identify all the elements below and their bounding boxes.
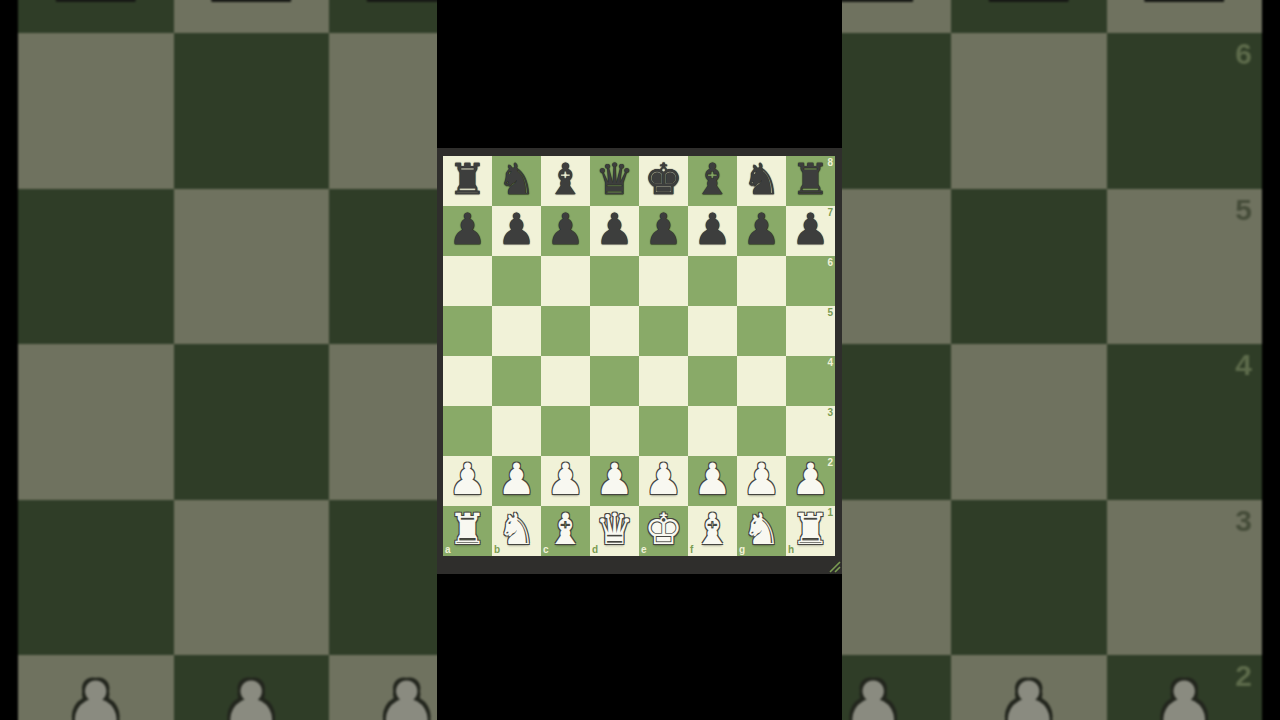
piece-white-pawn[interactable]: ♟ <box>448 458 487 501</box>
coord-rank-5: 5 <box>827 308 833 318</box>
square-d5[interactable] <box>590 306 639 356</box>
piece-black-knight[interactable]: ♞ <box>497 158 536 201</box>
square-a1[interactable]: ♜a <box>443 506 492 556</box>
bg-square-h3: 3 <box>1107 500 1263 656</box>
square-h8[interactable]: ♜8 <box>786 156 835 206</box>
square-f1[interactable]: ♝f <box>688 506 737 556</box>
square-e3[interactable] <box>639 406 688 456</box>
piece-white-rook[interactable]: ♜ <box>448 508 487 551</box>
bg-square-a6 <box>18 33 174 189</box>
coord-rank-8: 8 <box>827 158 833 168</box>
square-h5[interactable]: 5 <box>786 306 835 356</box>
piece-black-bishop[interactable]: ♝ <box>546 158 585 201</box>
bg-square-a7: ♟ <box>18 0 174 33</box>
coord-rank-4: 4 <box>827 358 833 368</box>
coord-file-h: h <box>788 545 794 555</box>
square-a3[interactable] <box>443 406 492 456</box>
bg-square-b4 <box>174 344 330 500</box>
coord-rank-1: 1 <box>827 508 833 518</box>
coord-rank-7: 7 <box>827 208 833 218</box>
square-c7[interactable]: ♟ <box>541 206 590 256</box>
square-d2[interactable]: ♟ <box>590 456 639 506</box>
coord-rank-3: 3 <box>827 408 833 418</box>
square-b4[interactable] <box>492 356 541 406</box>
square-e6[interactable] <box>639 256 688 306</box>
board-resize-handle-icon[interactable] <box>829 561 841 573</box>
piece-white-bishop[interactable]: ♝ <box>546 508 585 551</box>
bg-coord-rank-5: 5 <box>1235 195 1252 225</box>
square-b2[interactable]: ♟ <box>492 456 541 506</box>
bg-square-h4: 4 <box>1107 344 1263 500</box>
video-frame: ♜♞♝♛♚♝♞♜8♟♟♟♟♟♟♟♟76543♟♟♟♟♟♟♟♟2♜a♞b♝c♛d♚… <box>0 0 1280 720</box>
bg-piece-white-pawn: ♟ <box>35 665 156 720</box>
bg-square-b3 <box>174 500 330 656</box>
bg-coord-rank-2: 2 <box>1235 661 1252 691</box>
bg-square-b6 <box>174 33 330 189</box>
square-h4[interactable]: 4 <box>786 356 835 406</box>
bg-square-g4 <box>951 344 1107 500</box>
square-e2[interactable]: ♟ <box>639 456 688 506</box>
square-g6[interactable] <box>737 256 786 306</box>
bg-square-g2: ♟ <box>951 655 1107 720</box>
square-c4[interactable] <box>541 356 590 406</box>
piece-black-pawn[interactable]: ♟ <box>497 208 536 251</box>
coord-file-d: d <box>592 545 598 555</box>
square-a6[interactable] <box>443 256 492 306</box>
piece-black-bishop[interactable]: ♝ <box>693 158 732 201</box>
square-g3[interactable] <box>737 406 786 456</box>
square-f2[interactable]: ♟ <box>688 456 737 506</box>
square-f4[interactable] <box>688 356 737 406</box>
square-c2[interactable]: ♟ <box>541 456 590 506</box>
bg-square-a3 <box>18 500 174 656</box>
square-b8[interactable]: ♞ <box>492 156 541 206</box>
square-c1[interactable]: ♝c <box>541 506 590 556</box>
piece-white-knight[interactable]: ♞ <box>497 508 536 551</box>
bg-piece-white-pawn: ♟ <box>1124 665 1245 720</box>
piece-black-pawn[interactable]: ♟ <box>595 208 634 251</box>
coord-file-c: c <box>543 545 549 555</box>
piece-black-pawn[interactable]: ♟ <box>546 208 585 251</box>
piece-white-pawn[interactable]: ♟ <box>595 458 634 501</box>
square-e7[interactable]: ♟ <box>639 206 688 256</box>
piece-black-pawn[interactable]: ♟ <box>742 208 781 251</box>
piece-white-pawn[interactable]: ♟ <box>497 458 536 501</box>
square-b6[interactable] <box>492 256 541 306</box>
bg-piece-black-pawn: ♟ <box>968 0 1089 23</box>
square-f7[interactable]: ♟ <box>688 206 737 256</box>
square-f8[interactable]: ♝ <box>688 156 737 206</box>
bg-square-a4 <box>18 344 174 500</box>
bg-square-h6: 6 <box>1107 33 1263 189</box>
bg-piece-black-pawn: ♟ <box>1124 0 1245 23</box>
bg-square-g3 <box>951 500 1107 656</box>
coord-file-a: a <box>445 545 451 555</box>
piece-black-pawn[interactable]: ♟ <box>644 208 683 251</box>
piece-white-pawn[interactable]: ♟ <box>791 458 830 501</box>
piece-white-bishop[interactable]: ♝ <box>693 508 732 551</box>
square-e4[interactable] <box>639 356 688 406</box>
piece-black-knight[interactable]: ♞ <box>742 158 781 201</box>
piece-white-queen[interactable]: ♛ <box>595 508 634 551</box>
piece-white-king[interactable]: ♚ <box>644 508 683 551</box>
square-e8[interactable]: ♚ <box>639 156 688 206</box>
bg-square-g7: ♟ <box>951 0 1107 33</box>
square-a4[interactable] <box>443 356 492 406</box>
square-f3[interactable] <box>688 406 737 456</box>
piece-white-pawn[interactable]: ♟ <box>644 458 683 501</box>
bg-piece-black-pawn: ♟ <box>191 0 312 23</box>
bg-coord-rank-3: 3 <box>1235 506 1252 536</box>
piece-white-pawn[interactable]: ♟ <box>693 458 732 501</box>
square-g4[interactable] <box>737 356 786 406</box>
square-d3[interactable] <box>590 406 639 456</box>
board-panel: ♜♞♝♛♚♝♞♜8♟♟♟♟♟♟♟♟76543♟♟♟♟♟♟♟♟2♜a♞b♝c♛d♚… <box>437 148 842 574</box>
square-d4[interactable] <box>590 356 639 406</box>
piece-white-knight[interactable]: ♞ <box>742 508 781 551</box>
piece-white-rook[interactable]: ♜ <box>791 508 830 551</box>
bg-square-a5 <box>18 189 174 345</box>
bg-square-h7: ♟7 <box>1107 0 1263 33</box>
bg-square-b2: ♟ <box>174 655 330 720</box>
square-h6[interactable]: 6 <box>786 256 835 306</box>
square-h7[interactable]: ♟7 <box>786 206 835 256</box>
square-f5[interactable] <box>688 306 737 356</box>
square-b7[interactable]: ♟ <box>492 206 541 256</box>
piece-black-pawn[interactable]: ♟ <box>791 208 830 251</box>
chess-board[interactable]: ♜♞♝♛♚♝♞♜8♟♟♟♟♟♟♟♟76543♟♟♟♟♟♟♟♟2♜a♞b♝c♛d♚… <box>443 156 835 556</box>
square-h3[interactable]: 3 <box>786 406 835 456</box>
coord-file-g: g <box>739 545 745 555</box>
piece-black-queen[interactable]: ♛ <box>595 158 634 201</box>
piece-black-rook[interactable]: ♜ <box>448 158 487 201</box>
square-d8[interactable]: ♛ <box>590 156 639 206</box>
square-a2[interactable]: ♟ <box>443 456 492 506</box>
square-g2[interactable]: ♟ <box>737 456 786 506</box>
piece-black-pawn[interactable]: ♟ <box>693 208 732 251</box>
piece-black-rook[interactable]: ♜ <box>791 158 830 201</box>
square-c3[interactable] <box>541 406 590 456</box>
bg-piece-black-pawn: ♟ <box>35 0 156 23</box>
bg-coord-rank-4: 4 <box>1235 350 1252 380</box>
bg-square-b5 <box>174 189 330 345</box>
coord-rank-6: 6 <box>827 258 833 268</box>
square-a5[interactable] <box>443 306 492 356</box>
square-g8[interactable]: ♞ <box>737 156 786 206</box>
bg-square-a2: ♟ <box>18 655 174 720</box>
bg-piece-white-pawn: ♟ <box>191 665 312 720</box>
bg-square-b7: ♟ <box>174 0 330 33</box>
square-g5[interactable] <box>737 306 786 356</box>
square-a8[interactable]: ♜ <box>443 156 492 206</box>
bg-coord-rank-6: 6 <box>1235 39 1252 69</box>
square-b3[interactable] <box>492 406 541 456</box>
square-d7[interactable]: ♟ <box>590 206 639 256</box>
square-a7[interactable]: ♟ <box>443 206 492 256</box>
square-h1[interactable]: ♜1h <box>786 506 835 556</box>
square-b1[interactable]: ♞b <box>492 506 541 556</box>
piece-white-pawn[interactable]: ♟ <box>546 458 585 501</box>
piece-black-king[interactable]: ♚ <box>644 158 683 201</box>
square-d6[interactable] <box>590 256 639 306</box>
square-c8[interactable]: ♝ <box>541 156 590 206</box>
square-h2[interactable]: ♟2 <box>786 456 835 506</box>
bg-square-h5: 5 <box>1107 189 1263 345</box>
piece-white-pawn[interactable]: ♟ <box>742 458 781 501</box>
bg-square-h2: ♟2 <box>1107 655 1263 720</box>
coord-rank-2: 2 <box>827 458 833 468</box>
video-content-column: ♜♞♝♛♚♝♞♜8♟♟♟♟♟♟♟♟76543♟♟♟♟♟♟♟♟2♜a♞b♝c♛d♚… <box>437 0 842 720</box>
square-c6[interactable] <box>541 256 590 306</box>
square-f6[interactable] <box>688 256 737 306</box>
coord-file-b: b <box>494 545 500 555</box>
bg-square-g5 <box>951 189 1107 345</box>
square-g7[interactable]: ♟ <box>737 206 786 256</box>
square-d1[interactable]: ♛d <box>590 506 639 556</box>
square-g1[interactable]: ♞g <box>737 506 786 556</box>
square-e1[interactable]: ♚e <box>639 506 688 556</box>
coord-file-f: f <box>690 545 693 555</box>
square-b5[interactable] <box>492 306 541 356</box>
bg-piece-white-pawn: ♟ <box>968 665 1089 720</box>
piece-black-pawn[interactable]: ♟ <box>448 208 487 251</box>
square-e5[interactable] <box>639 306 688 356</box>
bg-square-g6 <box>951 33 1107 189</box>
coord-file-e: e <box>641 545 647 555</box>
square-c5[interactable] <box>541 306 590 356</box>
